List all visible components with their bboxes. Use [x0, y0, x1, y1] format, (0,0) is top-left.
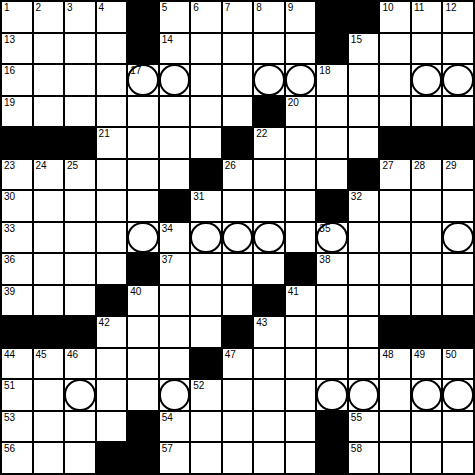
clue-number: 38 — [319, 254, 330, 266]
cell-r1c14[interactable]: 11 — [412, 2, 442, 32]
circle-marker — [442, 64, 474, 96]
cell-r7c12[interactable]: 32 — [349, 191, 379, 221]
circle-marker — [159, 379, 191, 411]
clue-number: 43 — [256, 317, 267, 329]
clue-number: 20 — [288, 97, 299, 109]
black-square-r10c4 — [97, 286, 127, 316]
black-square-r5c1 — [2, 128, 32, 158]
cell-r4c12[interactable] — [349, 97, 379, 127]
cell-r15c14[interactable] — [412, 443, 442, 473]
cell-r10c10[interactable]: 41 — [286, 286, 316, 316]
cell-r2c10[interactable] — [286, 34, 316, 64]
cell-r13c7[interactable]: 52 — [191, 380, 221, 410]
cell-r10c15[interactable] — [443, 286, 473, 316]
cell-r4c13[interactable] — [380, 97, 410, 127]
clue-number: 27 — [382, 160, 393, 172]
cell-r3c14[interactable] — [412, 65, 442, 95]
clue-number: 48 — [382, 349, 393, 361]
cell-r15c10[interactable] — [286, 443, 316, 473]
clue-number: 22 — [256, 128, 267, 140]
cell-r12c13[interactable]: 48 — [380, 349, 410, 379]
cell-r8c7[interactable] — [191, 223, 221, 253]
black-square-r11c8 — [223, 317, 253, 347]
cell-r3c10[interactable] — [286, 65, 316, 95]
black-square-r11c15 — [443, 317, 473, 347]
clue-number: 21 — [99, 128, 110, 140]
cell-r5c6[interactable] — [160, 128, 190, 158]
cell-r3c7[interactable] — [191, 65, 221, 95]
black-square-r15c11 — [317, 443, 347, 473]
cell-r14c12[interactable]: 55 — [349, 412, 379, 442]
cell-r10c14[interactable] — [412, 286, 442, 316]
cell-r1c1[interactable]: 1 — [2, 2, 32, 32]
clue-number: 33 — [4, 223, 15, 235]
cell-r2c12[interactable]: 15 — [349, 34, 379, 64]
clue-number: 41 — [288, 286, 299, 298]
clue-number: 51 — [4, 380, 15, 392]
cell-r15c1[interactable]: 56 — [2, 443, 32, 473]
cell-r11c9[interactable]: 43 — [254, 317, 284, 347]
cell-r11c12[interactable] — [349, 317, 379, 347]
cell-r3c1[interactable]: 16 — [2, 65, 32, 95]
cell-r4c1[interactable]: 19 — [2, 97, 32, 127]
black-square-r4c9 — [254, 97, 284, 127]
cell-r15c6[interactable]: 57 — [160, 443, 190, 473]
clue-number: 44 — [4, 349, 15, 361]
cell-r3c8[interactable] — [223, 65, 253, 95]
black-square-r9c5 — [128, 254, 158, 284]
cell-r5c11[interactable] — [317, 128, 347, 158]
clue-number: 56 — [4, 443, 15, 455]
clue-number: 49 — [414, 349, 425, 361]
black-square-r11c14 — [412, 317, 442, 347]
cell-r6c3[interactable]: 25 — [65, 160, 95, 190]
cell-r11c7[interactable] — [191, 317, 221, 347]
cell-r5c4[interactable]: 21 — [97, 128, 127, 158]
black-square-r5c3 — [65, 128, 95, 158]
cell-r14c2[interactable] — [34, 412, 64, 442]
cell-r9c9[interactable] — [254, 254, 284, 284]
clue-number: 10 — [382, 2, 393, 14]
clue-number: 55 — [351, 412, 362, 424]
black-square-r1c12 — [349, 2, 379, 32]
clue-number: 29 — [445, 160, 456, 172]
cell-r6c10[interactable] — [286, 160, 316, 190]
cell-r4c5[interactable] — [128, 97, 158, 127]
cell-r2c2[interactable] — [34, 34, 64, 64]
cell-r1c2[interactable]: 2 — [34, 2, 64, 32]
cell-r14c7[interactable] — [191, 412, 221, 442]
cell-r1c15[interactable]: 12 — [443, 2, 473, 32]
cell-r8c15[interactable] — [443, 223, 473, 253]
clue-number: 13 — [4, 34, 15, 46]
cell-r4c7[interactable] — [191, 97, 221, 127]
cell-r9c2[interactable] — [34, 254, 64, 284]
cell-r2c14[interactable] — [412, 34, 442, 64]
cell-r4c15[interactable] — [443, 97, 473, 127]
cell-r3c2[interactable] — [34, 65, 64, 95]
cell-r14c6[interactable]: 54 — [160, 412, 190, 442]
cell-r10c11[interactable] — [317, 286, 347, 316]
circle-marker — [127, 222, 159, 254]
cell-r13c11[interactable] — [317, 380, 347, 410]
black-square-r15c4 — [97, 443, 127, 473]
black-square-r5c8 — [223, 128, 253, 158]
cell-r8c12[interactable] — [349, 223, 379, 253]
clue-number: 24 — [36, 160, 47, 172]
circle-marker — [159, 64, 191, 96]
cell-r5c10[interactable] — [286, 128, 316, 158]
cell-r9c6[interactable]: 37 — [160, 254, 190, 284]
cell-r6c11[interactable] — [317, 160, 347, 190]
cell-r5c7[interactable] — [191, 128, 221, 158]
cell-r9c4[interactable] — [97, 254, 127, 284]
cell-r15c3[interactable] — [65, 443, 95, 473]
clue-number: 53 — [4, 412, 15, 424]
cell-r10c5[interactable]: 40 — [128, 286, 158, 316]
black-square-r11c13 — [380, 317, 410, 347]
cell-r13c14[interactable] — [412, 380, 442, 410]
clue-number: 1 — [4, 2, 10, 14]
clue-number: 9 — [288, 2, 294, 14]
cell-r3c13[interactable] — [380, 65, 410, 95]
cell-r8c4[interactable] — [97, 223, 127, 253]
cell-r8c2[interactable] — [34, 223, 64, 253]
circle-marker — [285, 64, 317, 96]
cell-r6c13[interactable]: 27 — [380, 160, 410, 190]
cell-r7c9[interactable] — [254, 191, 284, 221]
cell-r13c12[interactable] — [349, 380, 379, 410]
cell-r3c11[interactable]: 18 — [317, 65, 347, 95]
cell-r14c9[interactable] — [254, 412, 284, 442]
clue-number: 57 — [162, 443, 173, 455]
cell-r1c6[interactable]: 5 — [160, 2, 190, 32]
cell-r4c11[interactable] — [317, 97, 347, 127]
cell-r2c13[interactable] — [380, 34, 410, 64]
cell-r12c8[interactable]: 47 — [223, 349, 253, 379]
cell-r6c15[interactable]: 29 — [443, 160, 473, 190]
cell-r8c10[interactable] — [286, 223, 316, 253]
cell-r3c12[interactable] — [349, 65, 379, 95]
clue-number: 15 — [351, 34, 362, 46]
cell-r9c14[interactable] — [412, 254, 442, 284]
cell-r6c6[interactable] — [160, 160, 190, 190]
cell-r9c3[interactable] — [65, 254, 95, 284]
cell-r8c14[interactable] — [412, 223, 442, 253]
clue-number: 2 — [36, 2, 42, 14]
cell-r2c3[interactable] — [65, 34, 95, 64]
cell-r15c15[interactable] — [443, 443, 473, 473]
cell-r14c1[interactable]: 53 — [2, 412, 32, 442]
cell-r2c15[interactable] — [443, 34, 473, 64]
cell-r3c3[interactable] — [65, 65, 95, 95]
cell-r4c2[interactable] — [34, 97, 64, 127]
circle-marker — [222, 222, 254, 254]
cell-r4c8[interactable] — [223, 97, 253, 127]
clue-number: 45 — [36, 349, 47, 361]
cell-r9c12[interactable] — [349, 254, 379, 284]
cell-r12c12[interactable] — [349, 349, 379, 379]
circle-marker — [411, 379, 443, 411]
cell-r12c4[interactable] — [97, 349, 127, 379]
cell-r7c14[interactable] — [412, 191, 442, 221]
clue-number: 19 — [4, 97, 15, 109]
cell-r10c6[interactable] — [160, 286, 190, 316]
cell-r1c8[interactable]: 7 — [223, 2, 253, 32]
cell-r11c6[interactable] — [160, 317, 190, 347]
cell-r6c9[interactable] — [254, 160, 284, 190]
cell-r12c1[interactable]: 44 — [2, 349, 32, 379]
cell-r8c8[interactable] — [223, 223, 253, 253]
cell-r14c10[interactable] — [286, 412, 316, 442]
clue-number: 18 — [319, 65, 330, 77]
cell-r7c7[interactable]: 31 — [191, 191, 221, 221]
cell-r6c14[interactable]: 28 — [412, 160, 442, 190]
cell-r14c13[interactable] — [380, 412, 410, 442]
cell-r3c5[interactable]: 17 — [128, 65, 158, 95]
cell-r5c5[interactable] — [128, 128, 158, 158]
black-square-r6c12 — [349, 160, 379, 190]
black-square-r5c14 — [412, 128, 442, 158]
cell-r11c5[interactable] — [128, 317, 158, 347]
clue-number: 50 — [445, 349, 456, 361]
black-square-r2c11 — [317, 34, 347, 64]
cell-r12c2[interactable]: 45 — [34, 349, 64, 379]
clue-number: 23 — [4, 160, 15, 172]
cell-r12c5[interactable] — [128, 349, 158, 379]
cell-r2c9[interactable] — [254, 34, 284, 64]
circle-marker — [253, 222, 285, 254]
cell-r13c10[interactable] — [286, 380, 316, 410]
cell-r3c9[interactable] — [254, 65, 284, 95]
cell-r2c7[interactable] — [191, 34, 221, 64]
clue-number: 14 — [162, 34, 173, 46]
cell-r11c11[interactable] — [317, 317, 347, 347]
cell-r7c3[interactable] — [65, 191, 95, 221]
cell-r9c1[interactable]: 36 — [2, 254, 32, 284]
cell-r4c10[interactable]: 20 — [286, 97, 316, 127]
cell-r12c14[interactable]: 49 — [412, 349, 442, 379]
cell-r15c7[interactable] — [191, 443, 221, 473]
cell-r2c6[interactable]: 14 — [160, 34, 190, 64]
clue-number: 46 — [67, 349, 78, 361]
cell-r15c13[interactable] — [380, 443, 410, 473]
cell-r9c7[interactable] — [191, 254, 221, 284]
cell-r13c9[interactable] — [254, 380, 284, 410]
black-square-r5c15 — [443, 128, 473, 158]
cell-r9c13[interactable] — [380, 254, 410, 284]
cell-r2c4[interactable] — [97, 34, 127, 64]
cell-r11c10[interactable] — [286, 317, 316, 347]
cell-r4c14[interactable] — [412, 97, 442, 127]
cell-r5c9[interactable]: 22 — [254, 128, 284, 158]
clue-number: 11 — [414, 2, 424, 14]
cell-r13c4[interactable] — [97, 380, 127, 410]
cell-r13c3[interactable] — [65, 380, 95, 410]
clue-number: 25 — [67, 160, 78, 172]
cell-r8c1[interactable]: 33 — [2, 223, 32, 253]
cell-r12c11[interactable] — [317, 349, 347, 379]
cell-r9c11[interactable]: 38 — [317, 254, 347, 284]
clue-number: 58 — [351, 443, 362, 455]
cell-r15c2[interactable] — [34, 443, 64, 473]
cell-r15c8[interactable] — [223, 443, 253, 473]
clue-number: 40 — [130, 286, 141, 298]
cell-r6c8[interactable]: 26 — [223, 160, 253, 190]
cell-r13c15[interactable] — [443, 380, 473, 410]
cell-r7c8[interactable] — [223, 191, 253, 221]
cell-r1c9[interactable]: 8 — [254, 2, 284, 32]
cell-r1c7[interactable]: 6 — [191, 2, 221, 32]
clue-number: 37 — [162, 254, 173, 266]
cell-r7c15[interactable] — [443, 191, 473, 221]
black-square-r9c10 — [286, 254, 316, 284]
cell-r7c10[interactable] — [286, 191, 316, 221]
cell-r8c3[interactable] — [65, 223, 95, 253]
cell-r14c4[interactable] — [97, 412, 127, 442]
cell-r13c13[interactable] — [380, 380, 410, 410]
clue-number: 16 — [4, 65, 15, 77]
black-square-r14c11 — [317, 412, 347, 442]
black-square-r11c3 — [65, 317, 95, 347]
clue-number: 36 — [4, 254, 15, 266]
clue-number: 26 — [225, 160, 236, 172]
cell-r13c8[interactable] — [223, 380, 253, 410]
cell-r10c7[interactable] — [191, 286, 221, 316]
clue-number: 39 — [4, 286, 15, 298]
cell-r10c13[interactable] — [380, 286, 410, 316]
cell-r7c5[interactable] — [128, 191, 158, 221]
clue-number: 31 — [193, 191, 204, 203]
cell-r10c12[interactable] — [349, 286, 379, 316]
clue-number: 35 — [319, 223, 330, 235]
black-square-r6c7 — [191, 160, 221, 190]
black-square-r12c7 — [191, 349, 221, 379]
cell-r10c1[interactable]: 39 — [2, 286, 32, 316]
cell-r8c5[interactable] — [128, 223, 158, 253]
cell-r12c10[interactable] — [286, 349, 316, 379]
cell-r12c6[interactable] — [160, 349, 190, 379]
clue-number: 17 — [130, 65, 141, 77]
cell-r10c8[interactable] — [223, 286, 253, 316]
cell-r2c8[interactable] — [223, 34, 253, 64]
clue-number: 7 — [225, 2, 231, 14]
cell-r14c14[interactable] — [412, 412, 442, 442]
circle-marker — [316, 379, 348, 411]
cell-r8c11[interactable]: 35 — [317, 223, 347, 253]
circle-marker — [442, 222, 474, 254]
black-square-r15c5 — [128, 443, 158, 473]
black-square-r14c5 — [128, 412, 158, 442]
cell-r14c3[interactable] — [65, 412, 95, 442]
cell-r13c6[interactable] — [160, 380, 190, 410]
clue-number: 52 — [193, 380, 204, 392]
black-square-r1c5 — [128, 2, 158, 32]
cell-r6c1[interactable]: 23 — [2, 160, 32, 190]
cell-r13c2[interactable] — [34, 380, 64, 410]
cell-r1c13[interactable]: 10 — [380, 2, 410, 32]
black-square-r1c11 — [317, 2, 347, 32]
black-square-r2c5 — [128, 34, 158, 64]
clue-number: 32 — [351, 191, 362, 203]
circle-marker — [348, 379, 380, 411]
cell-r9c8[interactable] — [223, 254, 253, 284]
clue-number: 34 — [162, 223, 173, 235]
black-square-r5c13 — [380, 128, 410, 158]
cell-r7c13[interactable] — [380, 191, 410, 221]
clue-number: 4 — [99, 2, 105, 14]
black-square-r11c1 — [2, 317, 32, 347]
cell-r2c1[interactable]: 13 — [2, 34, 32, 64]
cell-r6c4[interactable] — [97, 160, 127, 190]
cell-r1c4[interactable]: 4 — [97, 2, 127, 32]
cell-r4c6[interactable] — [160, 97, 190, 127]
cell-r4c3[interactable] — [65, 97, 95, 127]
cell-r3c6[interactable] — [160, 65, 190, 95]
clue-number: 5 — [162, 2, 168, 14]
cell-r7c2[interactable] — [34, 191, 64, 221]
cell-r12c9[interactable] — [254, 349, 284, 379]
cell-r8c13[interactable] — [380, 223, 410, 253]
black-square-r7c6 — [160, 191, 190, 221]
cell-r8c9[interactable] — [254, 223, 284, 253]
circle-marker — [190, 222, 222, 254]
cell-r7c1[interactable]: 30 — [2, 191, 32, 221]
cell-r14c8[interactable] — [223, 412, 253, 442]
clue-number: 6 — [193, 2, 199, 14]
circle-marker — [442, 379, 474, 411]
cell-r5c12[interactable] — [349, 128, 379, 158]
circle-marker — [411, 64, 443, 96]
cell-r15c9[interactable] — [254, 443, 284, 473]
cell-r15c12[interactable]: 58 — [349, 443, 379, 473]
cell-r13c1[interactable]: 51 — [2, 380, 32, 410]
crossword-grid: 1234567891011121314151617181920212223242… — [0, 0, 475, 475]
black-square-r10c9 — [254, 286, 284, 316]
clue-number: 28 — [414, 160, 425, 172]
clue-number: 42 — [99, 317, 110, 329]
cell-r12c3[interactable]: 46 — [65, 349, 95, 379]
cell-r10c3[interactable] — [65, 286, 95, 316]
black-square-r11c2 — [34, 317, 64, 347]
clue-number: 8 — [256, 2, 262, 14]
cell-r13c5[interactable] — [128, 380, 158, 410]
cell-r8c6[interactable]: 34 — [160, 223, 190, 253]
cell-r1c10[interactable]: 9 — [286, 2, 316, 32]
circle-marker — [64, 379, 96, 411]
cell-r11c4[interactable]: 42 — [97, 317, 127, 347]
cell-r9c15[interactable] — [443, 254, 473, 284]
cell-r6c5[interactable] — [128, 160, 158, 190]
cell-r12c15[interactable]: 50 — [443, 349, 473, 379]
black-square-r5c2 — [34, 128, 64, 158]
black-square-r7c11 — [317, 191, 347, 221]
cell-r14c15[interactable] — [443, 412, 473, 442]
clue-number: 47 — [225, 349, 236, 361]
cell-r6c2[interactable]: 24 — [34, 160, 64, 190]
clue-number: 3 — [67, 2, 73, 14]
circle-marker — [253, 64, 285, 96]
cell-r1c3[interactable]: 3 — [65, 2, 95, 32]
cell-r10c2[interactable] — [34, 286, 64, 316]
clue-number: 54 — [162, 412, 173, 424]
clue-number: 30 — [4, 191, 15, 203]
cell-r4c4[interactable] — [97, 97, 127, 127]
cell-r3c4[interactable] — [97, 65, 127, 95]
cell-r3c15[interactable] — [443, 65, 473, 95]
cell-r7c4[interactable] — [97, 191, 127, 221]
clue-number: 12 — [445, 2, 456, 14]
